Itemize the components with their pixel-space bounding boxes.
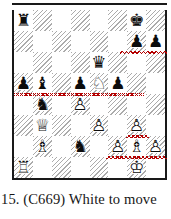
square-b3: ♛♕ (33, 115, 52, 136)
square-f5: ♟♟ (108, 73, 127, 94)
piece-halo: ♝ (33, 73, 52, 94)
square-c8 (52, 10, 71, 31)
white-rook: ♖ (14, 157, 33, 178)
spellcheck-squiggle (106, 156, 167, 159)
square-h2: ♟♙ (146, 136, 165, 157)
black-pawn: ♟ (71, 73, 90, 94)
square-f7 (108, 31, 127, 52)
square-d8 (71, 10, 90, 31)
black-queen: ♛ (90, 52, 109, 73)
square-a4 (14, 94, 33, 115)
spellcheck-squiggle (14, 93, 144, 96)
square-b7 (33, 31, 52, 52)
white-knight: ♘ (90, 73, 109, 94)
white-pawn: ♙ (90, 115, 109, 136)
white-pawn: ♙ (108, 136, 127, 157)
square-g6 (127, 52, 146, 73)
piece-halo: ♛ (33, 115, 52, 136)
square-f4 (108, 94, 127, 115)
white-king: ♔ (127, 157, 146, 178)
piece-halo: ♟ (108, 136, 127, 157)
white-pawn: ♙ (71, 94, 90, 115)
square-b8 (33, 10, 52, 31)
square-a6 (14, 52, 33, 73)
piece-halo: ♝ (127, 136, 146, 157)
square-d5: ♟♟ (71, 73, 90, 94)
piece-halo: ♟ (90, 115, 109, 136)
black-bishop: ♝ (33, 73, 52, 94)
square-d7 (71, 31, 90, 52)
square-g5 (127, 73, 146, 94)
piece-halo: ♟ (108, 73, 127, 94)
black-pawn: ♟ (146, 31, 165, 52)
square-g2: ♝♗ (127, 136, 146, 157)
square-f1 (108, 157, 127, 178)
piece-halo: ♜ (14, 157, 33, 178)
square-g1: ♚♔ (127, 157, 146, 178)
chess-diagram-page: ♜♜♚♚♟♟♟♟♛♛♟♟♝♝♟♟♞♘♟♟♞♞♟♙♛♕♟♙♟♙♝♗♞♞♟♙♝♗♟♙… (0, 0, 171, 219)
square-a1: ♜♖ (14, 157, 33, 178)
white-bishop: ♗ (127, 136, 146, 157)
spellcheck-squiggle (126, 135, 149, 138)
square-e7 (90, 31, 109, 52)
piece-halo: ♟ (127, 115, 146, 136)
square-c3 (52, 115, 71, 136)
square-e6: ♛♛ (90, 52, 109, 73)
square-f6 (108, 52, 127, 73)
square-a8: ♜♜ (14, 10, 33, 31)
black-king: ♚ (127, 10, 146, 31)
piece-halo: ♛ (90, 52, 109, 73)
black-pawn: ♟ (127, 31, 146, 52)
piece-halo: ♚ (127, 10, 146, 31)
piece-halo: ♟ (127, 31, 146, 52)
black-knight: ♞ (71, 136, 90, 157)
square-e1 (90, 157, 109, 178)
square-d6 (71, 52, 90, 73)
square-f8 (108, 10, 127, 31)
piece-halo: ♟ (71, 94, 90, 115)
square-f3 (108, 115, 127, 136)
square-a7 (14, 31, 33, 52)
black-rook: ♜ (14, 10, 33, 31)
piece-halo: ♞ (33, 94, 52, 115)
piece-halo: ♞ (71, 136, 90, 157)
square-b5: ♝♝ (33, 73, 52, 94)
square-h3 (146, 115, 165, 136)
square-b1 (33, 157, 52, 178)
square-e3: ♟♙ (90, 115, 109, 136)
square-a5: ♟♟ (14, 73, 33, 94)
black-pawn: ♟ (108, 73, 127, 94)
piece-halo: ♚ (127, 157, 146, 178)
diagram-top-rule (12, 3, 167, 5)
square-c1 (52, 157, 71, 178)
white-bishop: ♗ (33, 136, 52, 157)
square-d4: ♟♙ (71, 94, 90, 115)
white-queen: ♕ (33, 115, 52, 136)
white-pawn: ♙ (127, 115, 146, 136)
square-b4: ♞♞ (33, 94, 52, 115)
piece-halo: ♝ (33, 136, 52, 157)
square-g3: ♟♙ (127, 115, 146, 136)
square-c6 (52, 52, 71, 73)
piece-halo: ♟ (14, 73, 33, 94)
square-e4 (90, 94, 109, 115)
black-knight: ♞ (33, 94, 52, 115)
square-d1 (71, 157, 90, 178)
square-c4 (52, 94, 71, 115)
white-pawn: ♙ (146, 136, 165, 157)
square-h4 (146, 94, 165, 115)
piece-halo: ♜ (14, 10, 33, 31)
square-c5 (52, 73, 71, 94)
square-b6 (33, 52, 52, 73)
square-e5: ♞♘ (90, 73, 109, 94)
square-d2: ♞♞ (71, 136, 90, 157)
square-g8: ♚♚ (127, 10, 146, 31)
square-g4 (127, 94, 146, 115)
square-h5 (146, 73, 165, 94)
square-h7: ♟♟ (146, 31, 165, 52)
square-c7 (52, 31, 71, 52)
square-a3 (14, 115, 33, 136)
spellcheck-squiggle (120, 51, 167, 54)
square-a2 (14, 136, 33, 157)
square-e8 (90, 10, 109, 31)
piece-halo: ♞ (90, 73, 109, 94)
diagram-caption: 15. (C669) White to move (1, 191, 171, 208)
square-d3 (71, 115, 90, 136)
square-e2 (90, 136, 109, 157)
piece-halo: ♟ (146, 31, 165, 52)
piece-halo: ♟ (71, 73, 90, 94)
square-f2: ♟♙ (108, 136, 127, 157)
piece-halo: ♟ (146, 136, 165, 157)
square-h1 (146, 157, 165, 178)
square-h6 (146, 52, 165, 73)
square-g7: ♟♟ (127, 31, 146, 52)
black-pawn: ♟ (14, 73, 33, 94)
square-b2: ♝♗ (33, 136, 52, 157)
square-h8 (146, 10, 165, 31)
square-c2 (52, 136, 71, 157)
